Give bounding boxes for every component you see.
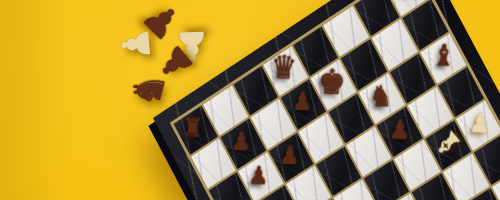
dark-pawn: ♟ xyxy=(291,90,312,115)
dark-knight: ♞ xyxy=(369,81,394,111)
dark-king: ♚ xyxy=(317,64,346,99)
dark-queen: ♛ xyxy=(270,52,297,85)
photo-backdrop: ♜♛♟♚♟♟♞♝♟♟♟♝♟ ♟♟♟♟♞ xyxy=(0,0,500,200)
dark-pawn: ♟ xyxy=(388,117,410,144)
light-pawn: ♟ xyxy=(468,110,491,138)
dark-bishop: ♝ xyxy=(431,40,456,70)
dark-pawn: ♟ xyxy=(279,143,300,168)
dark-pawn: ♟ xyxy=(230,129,251,154)
captured-light-pawn: ♟ xyxy=(116,25,157,62)
dark-pawn: ♟ xyxy=(248,163,269,188)
dark-rook: ♜ xyxy=(182,115,203,141)
light-bishop: ♝ xyxy=(429,122,469,165)
